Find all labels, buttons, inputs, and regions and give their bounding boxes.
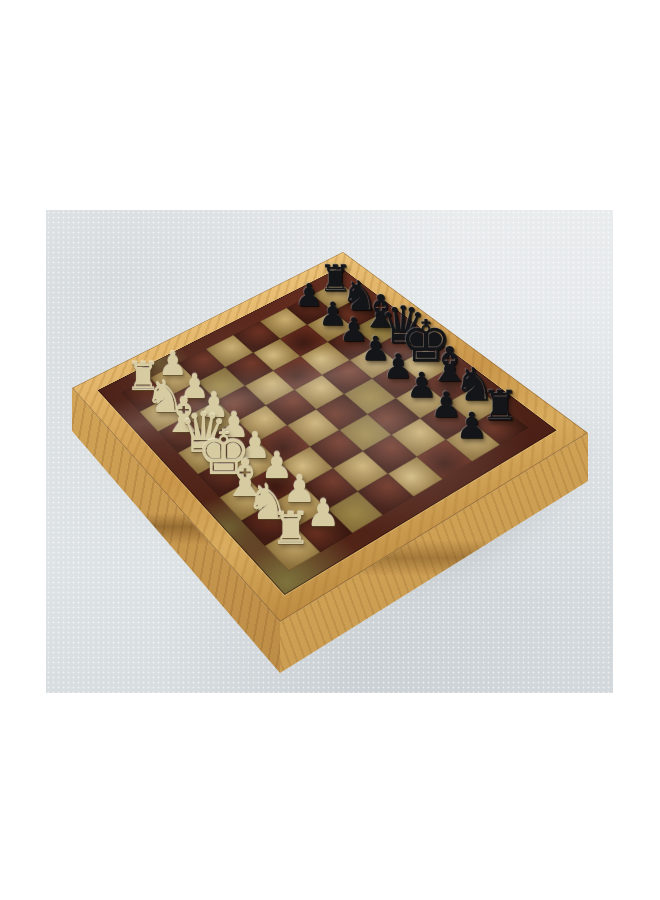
product-photo-scene: ♜♞♝♛♚♝♞♜♟♟♟♟♟♟♟♟♟♟♟♟♟♟♟♟♜♞♝♛♚♝♞♜ — [0, 0, 660, 900]
